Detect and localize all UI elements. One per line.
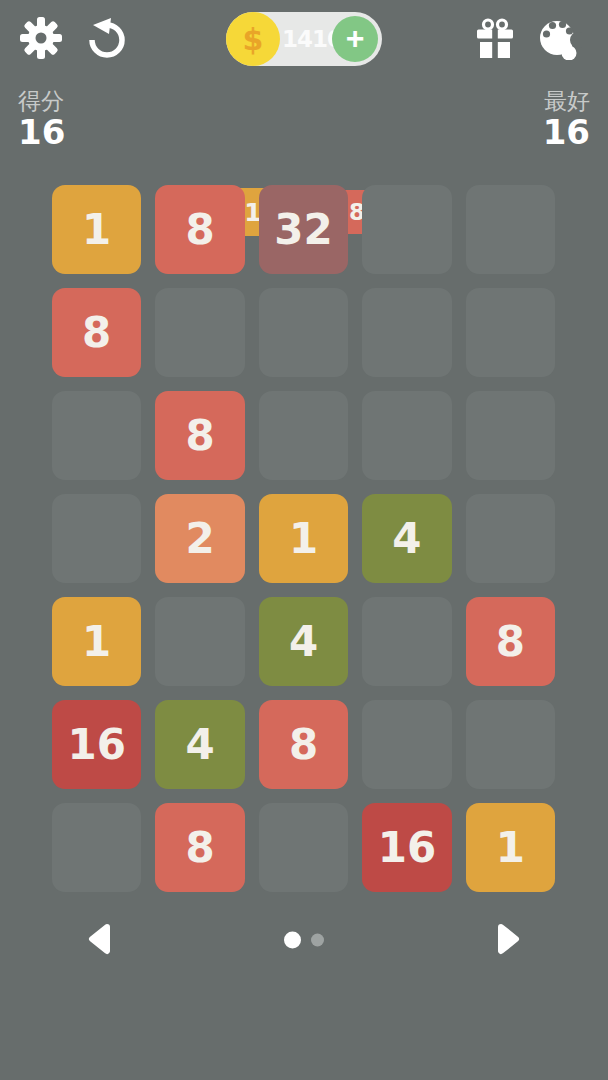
empty-cell[interactable] xyxy=(466,391,555,480)
empty-cell[interactable] xyxy=(52,494,141,583)
page-dots xyxy=(284,932,324,949)
tile-4[interactable]: 4 xyxy=(259,597,348,686)
empty-cell[interactable] xyxy=(52,391,141,480)
tile-1[interactable]: 1 xyxy=(466,803,555,892)
tile-8[interactable]: 8 xyxy=(155,185,244,274)
gear-icon xyxy=(19,16,63,63)
tile-8[interactable]: 8 xyxy=(155,391,244,480)
tile-2[interactable]: 2 xyxy=(155,494,244,583)
tile-8[interactable]: 8 xyxy=(259,700,348,789)
score-block: 得分 16 xyxy=(18,88,65,151)
score-value: 16 xyxy=(18,115,65,151)
tile-16[interactable]: 16 xyxy=(362,803,451,892)
tile-4[interactable]: 4 xyxy=(362,494,451,583)
tile-8[interactable]: 8 xyxy=(466,597,555,686)
tile-1[interactable]: 1 xyxy=(52,597,141,686)
empty-cell[interactable] xyxy=(362,597,451,686)
empty-cell[interactable] xyxy=(259,288,348,377)
plus-icon: + xyxy=(346,22,365,54)
tile-32[interactable]: 32 xyxy=(259,185,348,274)
empty-cell[interactable] xyxy=(155,597,244,686)
add-coins-button[interactable]: + xyxy=(332,16,378,62)
board-grid: 18328821414816488161 xyxy=(52,185,555,892)
arrow-right-icon xyxy=(496,922,522,959)
empty-cell[interactable] xyxy=(466,700,555,789)
empty-cell[interactable] xyxy=(259,803,348,892)
gift-icon xyxy=(473,16,517,63)
best-label: 最好 xyxy=(543,88,590,114)
tile-4[interactable]: 4 xyxy=(155,700,244,789)
tile-16[interactable]: 16 xyxy=(52,700,141,789)
empty-cell[interactable] xyxy=(466,288,555,377)
undo-restart-icon xyxy=(85,16,129,63)
score-row: 得分 16 188 最好 16 xyxy=(0,88,608,158)
dollar-sign: $ xyxy=(243,22,264,57)
empty-cell[interactable] xyxy=(466,185,555,274)
best-block: 最好 16 xyxy=(543,88,590,151)
coin-icon: $ xyxy=(226,12,280,66)
tile-8[interactable]: 8 xyxy=(52,288,141,377)
page-dot-active xyxy=(284,932,301,949)
restart-button[interactable] xyxy=(84,16,130,62)
tile-1[interactable]: 1 xyxy=(259,494,348,583)
empty-cell[interactable] xyxy=(362,288,451,377)
theme-palette-button[interactable] xyxy=(536,16,582,62)
empty-cell[interactable] xyxy=(362,391,451,480)
top-bar: $ 14100 + xyxy=(0,0,608,80)
coin-amount: 14100 xyxy=(282,26,332,52)
palette-icon xyxy=(536,16,582,63)
next-board-button[interactable] xyxy=(492,920,526,960)
coin-counter[interactable]: $ 14100 + xyxy=(226,12,382,66)
best-value: 16 xyxy=(543,115,590,151)
tile-1[interactable]: 1 xyxy=(52,185,141,274)
arrow-left-icon xyxy=(86,922,112,959)
score-label: 得分 xyxy=(18,88,65,114)
gift-button[interactable] xyxy=(472,16,518,62)
empty-cell[interactable] xyxy=(466,494,555,583)
empty-cell[interactable] xyxy=(362,185,451,274)
empty-cell[interactable] xyxy=(52,803,141,892)
tile-8[interactable]: 8 xyxy=(155,803,244,892)
empty-cell[interactable] xyxy=(259,391,348,480)
board-pager xyxy=(0,916,608,964)
page-dot xyxy=(311,934,324,947)
settings-button[interactable] xyxy=(18,16,64,62)
empty-cell[interactable] xyxy=(155,288,244,377)
prev-board-button[interactable] xyxy=(82,920,116,960)
empty-cell[interactable] xyxy=(362,700,451,789)
